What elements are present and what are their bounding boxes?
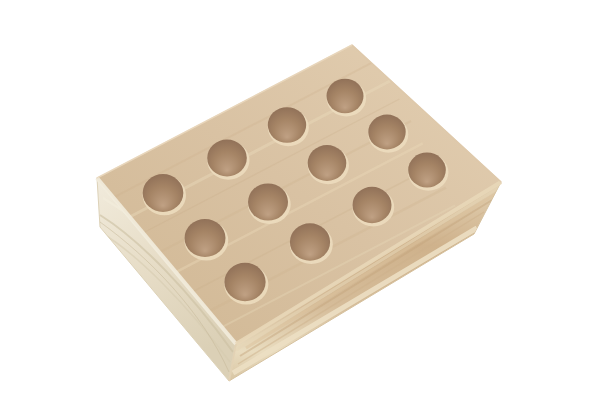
peg-hole-r1c1[interactable]: [327, 79, 364, 113]
peg-hole-r1c3[interactable]: [408, 153, 446, 188]
peg-hole-r2c1[interactable]: [268, 107, 306, 143]
peg-hole-r4c2[interactable]: [185, 219, 226, 257]
board-svg: [0, 0, 600, 400]
peg-hole-r4c3[interactable]: [224, 263, 265, 301]
peg-hole-r2c2[interactable]: [308, 145, 347, 181]
peg-hole-r3c3[interactable]: [290, 223, 330, 260]
peg-hole-r2c3[interactable]: [353, 187, 392, 223]
product-photo-wooden-peg-board: [0, 0, 600, 400]
peg-hole-r1c2[interactable]: [368, 115, 405, 150]
peg-hole-r4c1[interactable]: [143, 174, 184, 212]
peg-hole-r3c2[interactable]: [248, 183, 288, 220]
peg-hole-r3c1[interactable]: [207, 140, 247, 177]
